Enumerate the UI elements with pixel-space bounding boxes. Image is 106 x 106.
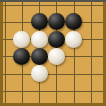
board-edge-top (0, 0, 106, 2)
white-stone[interactable] (31, 31, 48, 48)
grid-line-horizontal (3, 74, 103, 75)
grid-line-vertical (91, 2, 92, 103)
grid-line-vertical (5, 2, 6, 103)
black-stone[interactable] (31, 48, 48, 65)
board-edge-left (0, 0, 3, 106)
white-stone[interactable] (48, 48, 65, 65)
white-stone[interactable] (65, 31, 82, 48)
board-edge-bottom (0, 103, 106, 106)
black-stone[interactable] (48, 31, 65, 48)
board-edge-right (103, 0, 106, 106)
white-stone[interactable] (13, 31, 30, 48)
go-board-screenshot (0, 0, 106, 106)
black-stone[interactable] (31, 13, 48, 30)
grid-line-horizontal (3, 91, 103, 92)
white-stone[interactable] (31, 65, 48, 82)
grid-line-horizontal (3, 5, 103, 6)
